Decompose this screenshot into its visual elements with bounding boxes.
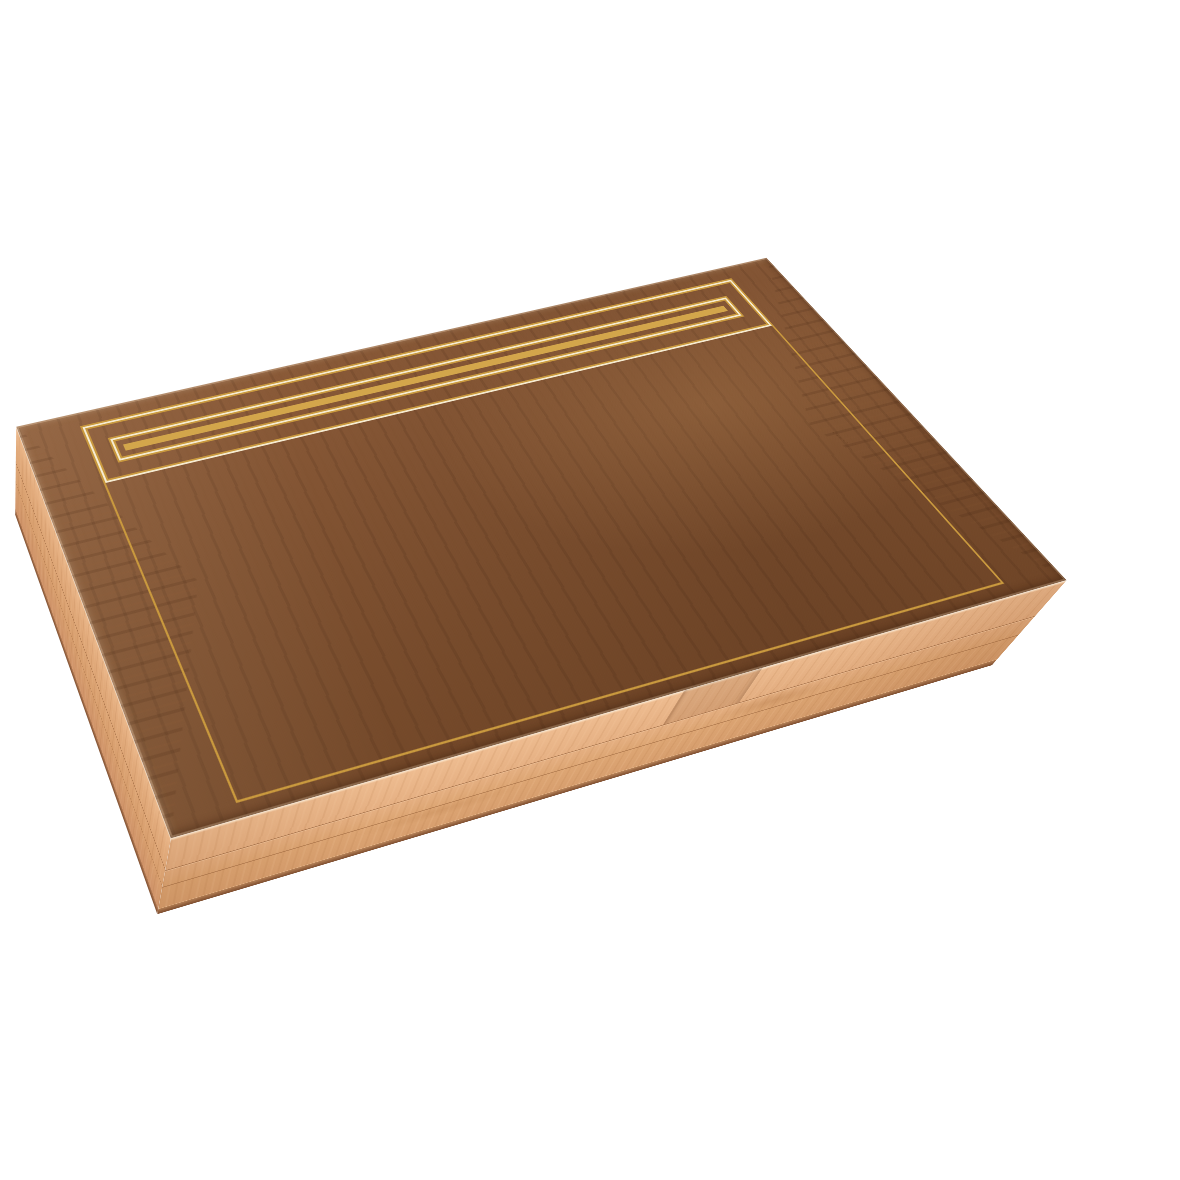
board-square-r3c8 — [664, 317, 729, 332]
board-square-r3c2 — [213, 420, 287, 437]
pinstripe-cream-inner — [110, 298, 741, 461]
board-square-r3c5 — [446, 367, 515, 383]
board-square-r2c6 — [518, 346, 586, 362]
grid-cream-pinlines — [128, 309, 722, 447]
board-square-r3c7 — [593, 333, 659, 348]
board-square-r1c7 — [587, 325, 653, 340]
board-grid — [128, 309, 722, 447]
board-square-r2c7 — [590, 329, 656, 344]
pinstripe-border-outer: ····· — [80, 278, 1004, 803]
board-square-r2c8 — [661, 313, 726, 328]
board-square-r1c6 — [515, 342, 582, 358]
board-square-r2c3 — [290, 397, 362, 414]
board-square-r3c3 — [293, 402, 365, 419]
board-square-r2c1 — [130, 434, 205, 452]
board-square-r1c2 — [209, 411, 283, 428]
board-square-r4c4 — [373, 388, 444, 405]
board-square-r1c5 — [441, 358, 510, 374]
board-square-r3c4 — [370, 384, 441, 400]
board-square-r1c4 — [365, 375, 435, 391]
board-square-r4c5 — [449, 371, 518, 387]
board-square-r2c5 — [444, 362, 513, 378]
product-photo-background: ····· — [0, 0, 1180, 1180]
board-square-r1c3 — [288, 393, 360, 410]
pinstripe-gold-inner — [113, 299, 739, 458]
board-square-r4c1 — [134, 443, 210, 461]
pinstripe-cream-outer — [82, 280, 771, 483]
board-square-r4c3 — [295, 406, 367, 423]
walnut-band-between-borders — [85, 281, 769, 481]
board-square-r4c2 — [216, 424, 290, 441]
board-square-r1c1 — [128, 429, 203, 446]
brand-microtext: ····· — [831, 430, 852, 446]
pinstripe-border-inner — [108, 296, 745, 463]
board-square-r4c8 — [668, 321, 733, 336]
board-square-r4c7 — [596, 337, 662, 353]
board-square-r3c6 — [521, 350, 589, 366]
board-square-r3c1 — [132, 438, 208, 456]
board-square-r1c8 — [658, 309, 723, 324]
board-square-r2c2 — [211, 415, 285, 432]
checkerboard-field — [123, 306, 728, 451]
board-square-r4c6 — [524, 354, 592, 370]
board-square-r2c4 — [368, 380, 439, 396]
